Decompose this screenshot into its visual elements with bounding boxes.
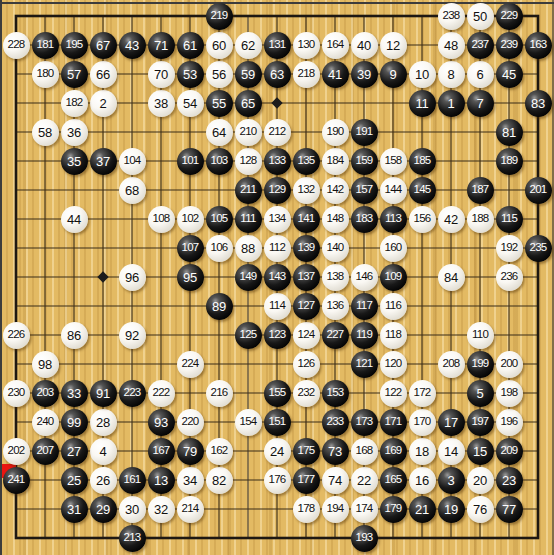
stone-171: 171 <box>380 409 407 436</box>
stone-110: 110 <box>467 322 494 349</box>
stone-32: 32 <box>148 496 175 523</box>
stone-3: 3 <box>438 467 465 494</box>
stone-230: 230 <box>3 380 30 407</box>
stone-190: 190 <box>322 119 349 146</box>
stone-224: 224 <box>177 351 204 378</box>
stone-7: 7 <box>467 90 494 117</box>
stone-143: 143 <box>264 264 291 291</box>
stone-192: 192 <box>496 235 523 262</box>
stone-26: 26 <box>90 467 117 494</box>
stone-15: 15 <box>467 438 494 465</box>
stone-173: 173 <box>351 409 378 436</box>
stone-105: 105 <box>206 206 233 233</box>
stone-237: 237 <box>467 32 494 59</box>
stone-76: 76 <box>467 496 494 523</box>
stone-195: 195 <box>61 32 88 59</box>
stone-179: 179 <box>380 496 407 523</box>
stone-36: 36 <box>61 119 88 146</box>
stone-126: 126 <box>293 351 320 378</box>
stone-2: 2 <box>90 90 117 117</box>
stone-63: 63 <box>264 61 291 88</box>
stone-116: 116 <box>380 293 407 320</box>
stone-12: 12 <box>380 32 407 59</box>
stone-148: 148 <box>322 206 349 233</box>
stone-139: 139 <box>293 235 320 262</box>
stone-160: 160 <box>380 235 407 262</box>
stone-161: 161 <box>119 467 146 494</box>
stone-60: 60 <box>206 32 233 59</box>
stone-101: 101 <box>177 148 204 175</box>
stone-227: 227 <box>322 322 349 349</box>
stone-182: 182 <box>61 90 88 117</box>
stone-66: 66 <box>90 61 117 88</box>
stone-216: 216 <box>206 380 233 407</box>
stone-91: 91 <box>90 380 117 407</box>
stone-149: 149 <box>235 264 262 291</box>
stone-191: 191 <box>351 119 378 146</box>
stone-118: 118 <box>380 322 407 349</box>
stone-71: 71 <box>148 32 175 59</box>
stone-10: 10 <box>409 61 436 88</box>
stone-61: 61 <box>177 32 204 59</box>
stone-222: 222 <box>148 380 175 407</box>
stone-96: 96 <box>119 264 146 291</box>
stone-163: 163 <box>525 32 552 59</box>
stone-241: 241 <box>3 467 30 494</box>
stone-40: 40 <box>351 32 378 59</box>
stone-67: 67 <box>90 32 117 59</box>
stone-38: 38 <box>148 90 175 117</box>
stone-42: 42 <box>438 206 465 233</box>
stone-119: 119 <box>351 322 378 349</box>
stone-16: 16 <box>409 467 436 494</box>
stone-232: 232 <box>293 380 320 407</box>
stone-99: 99 <box>61 409 88 436</box>
stone-156: 156 <box>409 206 436 233</box>
stone-50: 50 <box>467 3 494 30</box>
stone-109: 109 <box>380 264 407 291</box>
stone-184: 184 <box>322 148 349 175</box>
stone-218: 218 <box>293 61 320 88</box>
stone-134: 134 <box>264 206 291 233</box>
stone-89: 89 <box>206 293 233 320</box>
stone-114: 114 <box>264 293 291 320</box>
stone-54: 54 <box>177 90 204 117</box>
stone-214: 214 <box>177 496 204 523</box>
stone-185: 185 <box>409 148 436 175</box>
stone-83: 83 <box>525 90 552 117</box>
stone-81: 81 <box>496 119 523 146</box>
stone-207: 207 <box>32 438 59 465</box>
stone-162: 162 <box>206 438 233 465</box>
stone-20: 20 <box>467 467 494 494</box>
stone-146: 146 <box>351 264 378 291</box>
stone-106: 106 <box>206 235 233 262</box>
stone-95: 95 <box>177 264 204 291</box>
stone-220: 220 <box>177 409 204 436</box>
stone-35: 35 <box>61 148 88 175</box>
stone-56: 56 <box>206 61 233 88</box>
stone-120: 120 <box>380 351 407 378</box>
stone-196: 196 <box>496 409 523 436</box>
stone-181: 181 <box>32 32 59 59</box>
stone-197: 197 <box>467 409 494 436</box>
stone-176: 176 <box>264 467 291 494</box>
stone-130: 130 <box>293 32 320 59</box>
stone-172: 172 <box>409 380 436 407</box>
stone-68: 68 <box>119 177 146 204</box>
stone-210: 210 <box>235 119 262 146</box>
stone-107: 107 <box>177 235 204 262</box>
stone-45: 45 <box>496 61 523 88</box>
stone-155: 155 <box>264 380 291 407</box>
stone-58: 58 <box>32 119 59 146</box>
stone-223: 223 <box>119 380 146 407</box>
stone-70: 70 <box>148 61 175 88</box>
stone-177: 177 <box>293 467 320 494</box>
stone-122: 122 <box>380 380 407 407</box>
stone-183: 183 <box>351 206 378 233</box>
stone-211: 211 <box>235 177 262 204</box>
stone-8: 8 <box>438 61 465 88</box>
stone-239: 239 <box>496 32 523 59</box>
stone-193: 193 <box>351 525 378 552</box>
stone-233: 233 <box>322 409 349 436</box>
stone-34: 34 <box>177 467 204 494</box>
stone-39: 39 <box>351 61 378 88</box>
stone-27: 27 <box>61 438 88 465</box>
stone-98: 98 <box>32 351 59 378</box>
stone-5: 5 <box>467 380 494 407</box>
stone-4: 4 <box>90 438 117 465</box>
stone-11: 11 <box>409 90 436 117</box>
stone-154: 154 <box>235 409 262 436</box>
stone-133: 133 <box>264 148 291 175</box>
stone-201: 201 <box>525 177 552 204</box>
stone-28: 28 <box>90 409 117 436</box>
stone-62: 62 <box>235 32 262 59</box>
stone-93: 93 <box>148 409 175 436</box>
stone-208: 208 <box>438 351 465 378</box>
stone-144: 144 <box>380 177 407 204</box>
stone-112: 112 <box>264 235 291 262</box>
stone-1: 1 <box>438 90 465 117</box>
stone-136: 136 <box>322 293 349 320</box>
go-kifu-screen: 1234567891011121314151617181920212223242… <box>0 0 554 555</box>
stone-9: 9 <box>380 61 407 88</box>
stone-124: 124 <box>293 322 320 349</box>
stone-30: 30 <box>119 496 146 523</box>
stone-18: 18 <box>409 438 436 465</box>
stone-43: 43 <box>119 32 146 59</box>
stone-209: 209 <box>496 438 523 465</box>
stone-23: 23 <box>496 467 523 494</box>
stone-132: 132 <box>293 177 320 204</box>
stone-200: 200 <box>496 351 523 378</box>
stone-64: 64 <box>206 119 233 146</box>
stone-145: 145 <box>409 177 436 204</box>
stone-111: 111 <box>235 206 262 233</box>
stone-229: 229 <box>496 3 523 30</box>
stone-79: 79 <box>177 438 204 465</box>
stone-165: 165 <box>380 467 407 494</box>
stone-194: 194 <box>322 496 349 523</box>
stone-170: 170 <box>409 409 436 436</box>
stone-235: 235 <box>525 235 552 262</box>
stone-117: 117 <box>351 293 378 320</box>
stone-138: 138 <box>322 264 349 291</box>
stone-44: 44 <box>61 206 88 233</box>
stone-55: 55 <box>206 90 233 117</box>
stone-17: 17 <box>438 409 465 436</box>
stone-189: 189 <box>496 148 523 175</box>
stone-159: 159 <box>351 148 378 175</box>
stone-104: 104 <box>119 148 146 175</box>
stone-203: 203 <box>32 380 59 407</box>
stone-168: 168 <box>351 438 378 465</box>
stone-123: 123 <box>264 322 291 349</box>
stone-178: 178 <box>293 496 320 523</box>
stone-121: 121 <box>351 351 378 378</box>
stone-19: 19 <box>438 496 465 523</box>
stone-14: 14 <box>438 438 465 465</box>
stone-199: 199 <box>467 351 494 378</box>
stone-41: 41 <box>322 61 349 88</box>
stone-115: 115 <box>496 206 523 233</box>
stone-240: 240 <box>32 409 59 436</box>
stone-33: 33 <box>61 380 88 407</box>
stone-86: 86 <box>61 322 88 349</box>
stone-180: 180 <box>32 61 59 88</box>
stone-74: 74 <box>322 467 349 494</box>
stone-25: 25 <box>61 467 88 494</box>
stone-37: 37 <box>90 148 117 175</box>
stone-82: 82 <box>206 467 233 494</box>
stone-113: 113 <box>380 206 407 233</box>
stone-102: 102 <box>177 206 204 233</box>
stone-137: 137 <box>293 264 320 291</box>
stone-129: 129 <box>264 177 291 204</box>
stone-31: 31 <box>61 496 88 523</box>
stone-174: 174 <box>351 496 378 523</box>
stone-202: 202 <box>3 438 30 465</box>
stone-128: 128 <box>235 148 262 175</box>
stone-158: 158 <box>380 148 407 175</box>
stone-103: 103 <box>206 148 233 175</box>
stone-13: 13 <box>148 467 175 494</box>
stone-164: 164 <box>322 32 349 59</box>
stone-187: 187 <box>467 177 494 204</box>
stone-65: 65 <box>235 90 262 117</box>
stone-228: 228 <box>3 32 30 59</box>
stone-219: 219 <box>206 3 233 30</box>
stone-24: 24 <box>264 438 291 465</box>
stone-57: 57 <box>61 61 88 88</box>
stone-135: 135 <box>293 148 320 175</box>
stone-108: 108 <box>148 206 175 233</box>
stone-151: 151 <box>264 409 291 436</box>
stone-77: 77 <box>496 496 523 523</box>
stone-29: 29 <box>90 496 117 523</box>
stone-167: 167 <box>148 438 175 465</box>
stone-73: 73 <box>322 438 349 465</box>
stone-169: 169 <box>380 438 407 465</box>
stone-125: 125 <box>235 322 262 349</box>
stone-226: 226 <box>3 322 30 349</box>
stone-175: 175 <box>293 438 320 465</box>
stone-88: 88 <box>235 235 262 262</box>
stone-142: 142 <box>322 177 349 204</box>
stone-53: 53 <box>177 61 204 88</box>
stone-131: 131 <box>264 32 291 59</box>
stone-84: 84 <box>438 264 465 291</box>
stone-141: 141 <box>293 206 320 233</box>
goban[interactable]: 1234567891011121314151617181920212223242… <box>2 2 553 553</box>
stone-22: 22 <box>351 467 378 494</box>
stone-153: 153 <box>322 380 349 407</box>
stone-157: 157 <box>351 177 378 204</box>
stone-127: 127 <box>293 293 320 320</box>
stone-198: 198 <box>496 380 523 407</box>
stone-213: 213 <box>119 525 146 552</box>
stone-238: 238 <box>438 3 465 30</box>
stone-59: 59 <box>235 61 262 88</box>
stone-212: 212 <box>264 119 291 146</box>
stone-188: 188 <box>467 206 494 233</box>
stone-6: 6 <box>467 61 494 88</box>
stone-21: 21 <box>409 496 436 523</box>
stone-92: 92 <box>119 322 146 349</box>
stone-140: 140 <box>322 235 349 262</box>
stone-236: 236 <box>496 264 523 291</box>
stone-48: 48 <box>438 32 465 59</box>
